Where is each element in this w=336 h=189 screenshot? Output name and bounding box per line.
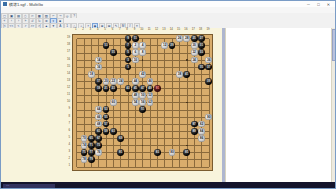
coord-label-left: 4: [65, 143, 70, 146]
black-stone: 37: [205, 64, 212, 71]
black-stone: 65: [88, 135, 95, 142]
black-stone: 31: [198, 42, 205, 49]
white-stone: 32: [191, 49, 198, 56]
black-stone: 5: [125, 49, 132, 56]
white-stone: 24: [117, 78, 124, 85]
white-stone: 4: [139, 42, 146, 49]
coord-label-top: 5: [104, 28, 107, 31]
white-stone: 78: [81, 156, 88, 163]
black-stone: 87: [191, 121, 198, 128]
coord-label-top: 2: [82, 28, 85, 31]
black-stone: 7: [125, 42, 132, 49]
status-text: ···: [6, 184, 10, 188]
coord-label-left: 13: [65, 79, 70, 82]
coord-label-left: 12: [65, 86, 70, 89]
white-stone: 16: [95, 64, 102, 71]
grid-vline: [157, 39, 158, 167]
white-stone: 8: [139, 49, 146, 56]
grid-vline: [179, 39, 180, 167]
coord-label-top: 6: [111, 28, 114, 31]
go-board[interactable]: 1234567891011121314151617181920212223242…: [72, 34, 213, 171]
white-stone: 60: [110, 99, 117, 106]
grid-vline: [172, 39, 173, 167]
black-stone: 57: [103, 121, 110, 128]
coord-label-left: 15: [65, 65, 70, 68]
coord-label-left: 1: [65, 164, 70, 167]
grid-hline: [77, 167, 209, 168]
black-stone: 67: [95, 135, 102, 142]
coord-label-top: 4: [96, 28, 99, 31]
close-button[interactable]: ✕: [324, 2, 333, 7]
white-stone: 30: [191, 42, 198, 49]
black-stone: 55: [103, 114, 110, 121]
black-stone: 73: [95, 142, 102, 149]
coord-label-top: 10: [140, 28, 143, 31]
white-stone: 26: [176, 35, 183, 42]
black-stone: 17: [95, 78, 102, 85]
white-stone: 36: [205, 57, 212, 64]
white-stone: 12: [161, 42, 168, 49]
white-stone: 2: [132, 42, 139, 49]
white-stone: 54: [132, 99, 139, 106]
coord-label-left: 11: [65, 93, 70, 96]
black-stone: 45: [132, 85, 139, 92]
white-stone: 20: [103, 78, 110, 85]
coord-label-top: 12: [155, 28, 158, 31]
black-stone: 35: [198, 64, 205, 71]
coord-label-top: 7: [118, 28, 121, 31]
white-stone: 62: [147, 99, 154, 106]
coord-label-left: 16: [65, 58, 70, 61]
window-title: 棋谱1.sgf - MultiGo: [9, 2, 43, 7]
black-stone: 33: [198, 49, 205, 56]
black-stone: 25: [191, 35, 198, 42]
coord-label-left: 10: [65, 100, 70, 103]
black-stone: 81: [117, 149, 124, 156]
minimize-button[interactable]: ─: [304, 2, 313, 7]
black-stone: 1: [125, 64, 132, 71]
white-stone: 90: [205, 114, 212, 121]
white-stone: 38: [176, 71, 183, 78]
black-stone: 21: [103, 85, 110, 92]
app-window: { "game": "go", "window": { "title": "棋谱…: [0, 0, 336, 189]
coord-label-left: 2: [65, 157, 70, 160]
white-stone: 18: [88, 71, 95, 78]
white-stone: 22: [110, 78, 117, 85]
coord-label-top: 16: [184, 28, 187, 31]
coord-label-left: 3: [65, 150, 70, 153]
white-stone: 66: [95, 114, 102, 121]
coord-label-left: 5: [65, 136, 70, 139]
scrollbar-thumb[interactable]: [332, 29, 336, 61]
maximize-button[interactable]: □: [314, 2, 323, 7]
coord-label-top: 8: [126, 28, 129, 31]
coord-label-left: 18: [65, 43, 70, 46]
white-stone: 84: [198, 128, 205, 135]
black-stone: 53: [103, 106, 110, 113]
black-stone: 13: [103, 42, 110, 49]
black-stone: 39: [205, 78, 212, 85]
star-point: [186, 145, 188, 147]
black-stone: 15: [110, 49, 117, 56]
coord-label-top: 15: [177, 28, 180, 31]
side-panel[interactable]: [225, 28, 332, 183]
black-stone: 79: [88, 156, 95, 163]
black-stone: 51: [139, 106, 146, 113]
black-stone: 85: [183, 149, 190, 156]
black-stone: 23: [110, 85, 117, 92]
coord-label-top: 3: [89, 28, 92, 31]
white-stone: 42: [139, 71, 146, 78]
black-stone: 61: [95, 128, 102, 135]
white-stone: 70: [81, 135, 88, 142]
black-stone: 29: [169, 42, 176, 49]
black-stone: 69: [117, 135, 124, 142]
black-stone: 75: [81, 149, 88, 156]
white-stone: 80: [169, 149, 176, 156]
white-stone: 74: [81, 142, 88, 149]
black-stone: 89: [191, 128, 198, 135]
coord-label-top: 11: [148, 28, 151, 31]
white-stone: 82: [198, 121, 205, 128]
coord-label-top: 14: [170, 28, 173, 31]
white-stone: 34: [191, 57, 198, 64]
black-stone: 63: [110, 128, 117, 135]
black-stone: 3: [125, 57, 132, 64]
coord-label-top: 13: [162, 28, 165, 31]
white-stone: 50: [139, 92, 146, 99]
white-stone: 44: [132, 78, 139, 85]
coord-label-top: 1: [74, 28, 77, 31]
black-stone: 41: [183, 71, 190, 78]
white-stone: 6: [132, 49, 139, 56]
white-stone: 76: [95, 149, 102, 156]
coord-label-left: 14: [65, 72, 70, 75]
coord-label-top: 9: [133, 28, 136, 31]
black-stone: 19: [95, 85, 102, 92]
white-stone: 46: [147, 78, 154, 85]
black-stone: 71: [88, 142, 95, 149]
coord-label-top: 17: [192, 28, 195, 31]
coord-label-top: 18: [199, 28, 202, 31]
white-stone: 68: [95, 121, 102, 128]
white-stone: 86: [198, 135, 205, 142]
coord-label-left: 7: [65, 122, 70, 125]
black-stone: 11: [132, 35, 139, 42]
white-stone: 64: [95, 106, 102, 113]
coord-label-left: 6: [65, 129, 70, 132]
black-stone: 59: [103, 128, 110, 135]
coord-label-left: 9: [65, 107, 70, 110]
white-stone: 28: [183, 35, 190, 42]
white-stone: 56: [139, 99, 146, 106]
white-stone: 14: [95, 57, 102, 64]
black-stone: 47: [139, 85, 146, 92]
black-stone: 43: [125, 85, 132, 92]
coord-label-left: 19: [65, 36, 70, 39]
coord-label-left: 17: [65, 50, 70, 53]
white-stone: 48: [132, 92, 139, 99]
white-stone: 10: [132, 57, 139, 64]
white-stone: 52: [147, 92, 154, 99]
grid-hline: [77, 159, 209, 160]
star-point: [186, 59, 188, 61]
black-stone: 77: [88, 149, 95, 156]
last-move-stone: 91: [154, 85, 161, 92]
coord-label-left: 8: [65, 115, 70, 118]
grid-vline: [164, 39, 165, 167]
grid-vline: [201, 39, 202, 167]
black-stone: 49: [147, 85, 154, 92]
app-icon: [3, 2, 7, 6]
black-stone: 27: [198, 35, 205, 42]
status-chip: [3, 184, 55, 189]
black-stone: 83: [154, 149, 161, 156]
black-stone: 9: [125, 35, 132, 42]
coord-label-top: 19: [206, 28, 209, 31]
